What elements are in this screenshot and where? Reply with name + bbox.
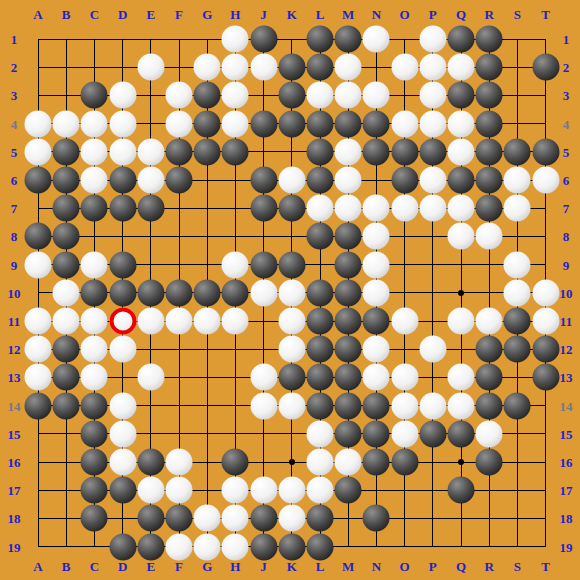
white-stone <box>278 477 305 504</box>
black-stone <box>81 449 108 476</box>
column-label-bottom: P <box>429 560 437 573</box>
row-label-left: 2 <box>11 61 18 74</box>
row-label-right: 8 <box>563 230 570 243</box>
black-stone <box>53 138 80 165</box>
row-label-left: 8 <box>11 230 18 243</box>
column-label-bottom: D <box>118 560 127 573</box>
column-label-bottom: S <box>514 560 521 573</box>
white-stone <box>250 279 277 306</box>
white-stone <box>476 308 503 335</box>
black-stone <box>448 420 475 447</box>
white-stone <box>278 279 305 306</box>
black-stone <box>476 26 503 53</box>
black-stone <box>25 392 52 419</box>
white-stone <box>363 336 390 363</box>
white-stone <box>25 110 52 137</box>
white-stone <box>250 54 277 81</box>
white-stone <box>448 308 475 335</box>
white-stone <box>137 167 164 194</box>
black-stone <box>363 308 390 335</box>
black-stone <box>476 392 503 419</box>
black-stone <box>476 110 503 137</box>
row-label-right: 13 <box>560 371 573 384</box>
white-stone <box>81 308 108 335</box>
white-stone <box>137 308 164 335</box>
row-label-left: 16 <box>8 456 21 469</box>
black-stone <box>307 336 334 363</box>
column-label-top: G <box>202 8 212 21</box>
white-stone <box>504 195 531 222</box>
white-stone <box>448 223 475 250</box>
black-stone <box>250 505 277 532</box>
white-stone <box>194 505 221 532</box>
black-stone <box>335 279 362 306</box>
black-stone <box>278 110 305 137</box>
white-stone <box>391 110 418 137</box>
black-stone <box>307 533 334 560</box>
black-stone <box>137 279 164 306</box>
black-stone <box>137 195 164 222</box>
row-label-right: 11 <box>560 315 572 328</box>
white-stone <box>504 167 531 194</box>
white-stone <box>137 54 164 81</box>
black-stone <box>307 26 334 53</box>
black-stone <box>278 364 305 391</box>
white-stone <box>476 420 503 447</box>
black-stone <box>419 138 446 165</box>
white-stone <box>278 308 305 335</box>
white-stone <box>419 82 446 109</box>
column-label-bottom: M <box>342 560 354 573</box>
white-stone <box>250 364 277 391</box>
white-stone <box>222 82 249 109</box>
black-stone <box>335 336 362 363</box>
column-label-top: E <box>146 8 155 21</box>
white-stone <box>532 279 559 306</box>
black-stone <box>137 505 164 532</box>
white-stone <box>81 110 108 137</box>
white-stone <box>194 533 221 560</box>
white-stone <box>335 138 362 165</box>
star-point <box>289 459 295 465</box>
row-label-right: 5 <box>563 145 570 158</box>
white-stone <box>448 54 475 81</box>
white-stone <box>363 82 390 109</box>
black-stone <box>307 505 334 532</box>
star-point <box>458 459 464 465</box>
black-stone <box>53 251 80 278</box>
column-label-top: C <box>90 8 99 21</box>
column-label-bottom: G <box>202 560 212 573</box>
row-label-right: 1 <box>563 33 570 46</box>
white-stone <box>137 477 164 504</box>
column-label-bottom: F <box>175 560 183 573</box>
white-stone <box>81 251 108 278</box>
white-stone <box>307 449 334 476</box>
black-stone <box>53 167 80 194</box>
column-label-top: K <box>287 8 297 21</box>
go-board[interactable]: AABBCCDDEEFFGGHHJJKKLLMMNNOOPPQQRRSSTT11… <box>0 0 580 580</box>
white-stone <box>250 392 277 419</box>
black-stone <box>307 223 334 250</box>
black-stone <box>25 223 52 250</box>
column-label-bottom: J <box>260 560 267 573</box>
black-stone <box>250 110 277 137</box>
white-stone <box>504 251 531 278</box>
black-stone <box>363 392 390 419</box>
white-stone <box>81 336 108 363</box>
white-stone <box>391 364 418 391</box>
black-stone <box>363 505 390 532</box>
column-label-top: F <box>175 8 183 21</box>
black-stone <box>250 533 277 560</box>
row-label-left: 15 <box>8 427 21 440</box>
white-stone <box>335 82 362 109</box>
row-label-left: 19 <box>8 540 21 553</box>
white-stone <box>166 82 193 109</box>
black-stone <box>278 82 305 109</box>
black-stone <box>278 195 305 222</box>
black-stone <box>363 138 390 165</box>
black-stone <box>476 138 503 165</box>
black-stone <box>53 223 80 250</box>
white-stone <box>81 138 108 165</box>
black-stone <box>81 82 108 109</box>
column-label-bottom: A <box>33 560 42 573</box>
last-move-marker <box>109 308 136 335</box>
white-stone <box>363 195 390 222</box>
row-label-left: 4 <box>11 117 18 130</box>
white-stone <box>419 195 446 222</box>
white-stone <box>532 167 559 194</box>
black-stone <box>476 336 503 363</box>
row-label-right: 12 <box>560 343 573 356</box>
white-stone <box>504 279 531 306</box>
white-stone <box>363 26 390 53</box>
black-stone <box>307 138 334 165</box>
white-stone <box>307 82 334 109</box>
white-stone <box>391 54 418 81</box>
white-stone <box>419 167 446 194</box>
white-stone <box>307 477 334 504</box>
black-stone <box>137 449 164 476</box>
white-stone <box>363 279 390 306</box>
black-stone <box>476 167 503 194</box>
black-stone <box>448 82 475 109</box>
white-stone <box>363 223 390 250</box>
black-stone <box>335 420 362 447</box>
black-stone <box>335 364 362 391</box>
white-stone <box>391 420 418 447</box>
black-stone <box>307 167 334 194</box>
white-stone <box>448 392 475 419</box>
column-label-bottom: E <box>146 560 155 573</box>
column-label-bottom: L <box>316 560 325 573</box>
black-stone <box>335 477 362 504</box>
black-stone <box>278 54 305 81</box>
column-label-bottom: H <box>230 560 240 573</box>
white-stone <box>222 308 249 335</box>
black-stone <box>278 251 305 278</box>
black-stone <box>504 308 531 335</box>
black-stone <box>335 26 362 53</box>
black-stone <box>448 26 475 53</box>
black-stone <box>222 449 249 476</box>
white-stone <box>448 110 475 137</box>
black-stone <box>448 167 475 194</box>
white-stone <box>335 54 362 81</box>
white-stone <box>222 477 249 504</box>
row-label-left: 9 <box>11 258 18 271</box>
white-stone <box>278 167 305 194</box>
row-label-right: 2 <box>563 61 570 74</box>
white-stone <box>166 533 193 560</box>
white-stone <box>419 110 446 137</box>
row-label-right: 3 <box>563 89 570 102</box>
black-stone <box>166 279 193 306</box>
row-label-left: 14 <box>8 399 21 412</box>
row-label-left: 18 <box>8 512 21 525</box>
black-stone <box>109 167 136 194</box>
black-stone <box>222 138 249 165</box>
column-label-top: M <box>342 8 354 21</box>
column-label-top: Q <box>456 8 466 21</box>
white-stone <box>25 308 52 335</box>
black-stone <box>532 138 559 165</box>
black-stone <box>307 110 334 137</box>
black-stone <box>194 138 221 165</box>
black-stone <box>476 449 503 476</box>
row-label-right: 9 <box>563 258 570 271</box>
black-stone <box>335 392 362 419</box>
column-label-bottom: T <box>541 560 550 573</box>
column-label-top: A <box>33 8 42 21</box>
white-stone <box>25 336 52 363</box>
column-label-top: T <box>541 8 550 21</box>
black-stone <box>81 420 108 447</box>
white-stone <box>109 392 136 419</box>
row-label-right: 19 <box>560 540 573 553</box>
black-stone <box>81 279 108 306</box>
column-label-bottom: N <box>372 560 381 573</box>
row-label-left: 12 <box>8 343 21 356</box>
white-stone <box>109 449 136 476</box>
column-label-bottom: K <box>287 560 297 573</box>
white-stone <box>419 54 446 81</box>
row-label-right: 10 <box>560 286 573 299</box>
white-stone <box>194 308 221 335</box>
black-stone <box>363 449 390 476</box>
black-stone <box>391 138 418 165</box>
white-stone <box>448 364 475 391</box>
white-stone <box>419 26 446 53</box>
black-stone <box>391 449 418 476</box>
black-stone <box>109 195 136 222</box>
row-label-right: 7 <box>563 202 570 215</box>
column-label-bottom: Q <box>456 560 466 573</box>
white-stone <box>278 505 305 532</box>
black-stone <box>307 364 334 391</box>
black-stone <box>476 364 503 391</box>
column-label-top: P <box>429 8 437 21</box>
row-label-right: 15 <box>560 427 573 440</box>
black-stone <box>166 505 193 532</box>
black-stone <box>81 505 108 532</box>
black-stone <box>335 223 362 250</box>
white-stone <box>137 364 164 391</box>
black-stone <box>532 364 559 391</box>
row-label-left: 10 <box>8 286 21 299</box>
black-stone <box>532 54 559 81</box>
white-stone <box>166 449 193 476</box>
row-label-right: 17 <box>560 484 573 497</box>
column-label-top: S <box>514 8 521 21</box>
white-stone <box>335 195 362 222</box>
white-stone <box>166 308 193 335</box>
black-stone <box>250 251 277 278</box>
white-stone <box>222 110 249 137</box>
white-stone <box>278 336 305 363</box>
black-stone <box>250 195 277 222</box>
white-stone <box>278 392 305 419</box>
column-label-top: L <box>316 8 325 21</box>
white-stone <box>335 167 362 194</box>
white-stone <box>109 138 136 165</box>
white-stone <box>307 195 334 222</box>
star-point <box>458 290 464 296</box>
black-stone <box>504 138 531 165</box>
black-stone <box>25 167 52 194</box>
black-stone <box>448 477 475 504</box>
white-stone <box>109 82 136 109</box>
black-stone <box>419 420 446 447</box>
white-stone <box>222 54 249 81</box>
black-stone <box>53 392 80 419</box>
black-stone <box>222 279 249 306</box>
column-label-top: D <box>118 8 127 21</box>
white-stone <box>335 449 362 476</box>
row-label-right: 6 <box>563 174 570 187</box>
row-label-left: 3 <box>11 89 18 102</box>
black-stone <box>307 54 334 81</box>
column-label-top: J <box>260 8 267 21</box>
white-stone <box>222 251 249 278</box>
white-stone <box>250 477 277 504</box>
row-label-left: 11 <box>8 315 20 328</box>
row-label-right: 18 <box>560 512 573 525</box>
row-label-right: 14 <box>560 399 573 412</box>
black-stone <box>250 26 277 53</box>
row-label-left: 7 <box>11 202 18 215</box>
column-label-bottom: R <box>484 560 493 573</box>
white-stone <box>109 420 136 447</box>
column-label-top: O <box>400 8 410 21</box>
row-label-right: 16 <box>560 456 573 469</box>
black-stone <box>109 477 136 504</box>
black-stone <box>53 364 80 391</box>
black-stone <box>504 336 531 363</box>
black-stone <box>335 251 362 278</box>
black-stone <box>532 336 559 363</box>
row-label-left: 13 <box>8 371 21 384</box>
white-stone <box>25 251 52 278</box>
white-stone <box>476 223 503 250</box>
white-stone <box>25 364 52 391</box>
column-label-top: R <box>484 8 493 21</box>
white-stone <box>419 392 446 419</box>
white-stone <box>222 505 249 532</box>
black-stone <box>194 110 221 137</box>
white-stone <box>194 54 221 81</box>
black-stone <box>81 477 108 504</box>
white-stone <box>222 26 249 53</box>
black-stone <box>166 138 193 165</box>
black-stone <box>278 533 305 560</box>
black-stone <box>307 392 334 419</box>
white-stone <box>81 167 108 194</box>
white-stone <box>53 308 80 335</box>
white-stone <box>419 336 446 363</box>
black-stone <box>476 82 503 109</box>
black-stone <box>53 195 80 222</box>
black-stone <box>250 167 277 194</box>
column-label-top: B <box>62 8 71 21</box>
white-stone <box>448 138 475 165</box>
black-stone <box>194 82 221 109</box>
white-stone <box>307 420 334 447</box>
white-stone <box>363 364 390 391</box>
white-stone <box>109 336 136 363</box>
white-stone <box>53 110 80 137</box>
white-stone <box>391 392 418 419</box>
column-label-bottom: O <box>400 560 410 573</box>
go-application: { "game": "go", "board": { "size": 19, "… <box>0 0 580 580</box>
black-stone <box>476 195 503 222</box>
black-stone <box>81 195 108 222</box>
black-stone <box>307 279 334 306</box>
row-label-right: 4 <box>563 117 570 130</box>
column-label-bottom: C <box>90 560 99 573</box>
black-stone <box>53 336 80 363</box>
black-stone <box>504 392 531 419</box>
white-stone <box>166 110 193 137</box>
white-stone <box>166 477 193 504</box>
row-label-left: 1 <box>11 33 18 46</box>
black-stone <box>81 392 108 419</box>
row-label-left: 6 <box>11 174 18 187</box>
black-stone <box>109 533 136 560</box>
black-stone <box>476 54 503 81</box>
black-stone <box>109 251 136 278</box>
black-stone <box>335 110 362 137</box>
black-stone <box>194 279 221 306</box>
column-label-top: N <box>372 8 381 21</box>
row-label-left: 5 <box>11 145 18 158</box>
white-stone <box>222 533 249 560</box>
black-stone <box>109 279 136 306</box>
black-stone <box>166 167 193 194</box>
white-stone <box>448 195 475 222</box>
column-label-top: H <box>230 8 240 21</box>
white-stone <box>109 110 136 137</box>
white-stone <box>25 138 52 165</box>
white-stone <box>137 138 164 165</box>
row-label-left: 17 <box>8 484 21 497</box>
black-stone <box>363 110 390 137</box>
black-stone <box>363 420 390 447</box>
white-stone <box>81 364 108 391</box>
white-stone <box>363 251 390 278</box>
